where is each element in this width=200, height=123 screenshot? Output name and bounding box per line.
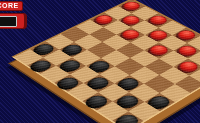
square-e4[interactable] — [115, 58, 144, 75]
square-f3[interactable] — [114, 75, 144, 93]
square-f4[interactable] — [129, 66, 159, 83]
game-scene: SCORE 0 — [0, 0, 200, 123]
square-e3[interactable] — [100, 66, 130, 83]
checkers-board — [11, 0, 200, 123]
score-panel: SCORE 0 — [0, 1, 27, 29]
black-checker-piece[interactable] — [114, 112, 142, 123]
black-checker-piece[interactable] — [87, 59, 113, 74]
black-checker-piece[interactable] — [29, 58, 55, 73]
red-checker-piece[interactable] — [176, 60, 200, 75]
square-g5[interactable] — [159, 67, 189, 84]
black-checker-piece[interactable] — [86, 75, 112, 90]
square-g3[interactable] — [129, 83, 160, 101]
square-f5[interactable] — [144, 58, 173, 75]
black-checker-piece[interactable] — [84, 93, 111, 109]
black-checker-piece[interactable] — [58, 58, 84, 73]
square-h1[interactable] — [112, 111, 144, 123]
square-c2[interactable] — [56, 57, 85, 74]
black-checker-piece[interactable] — [116, 76, 143, 91]
score-housing: 0 — [0, 13, 27, 29]
square-g6[interactable] — [174, 59, 200, 76]
square-h6[interactable] — [189, 67, 200, 84]
black-checker-piece[interactable] — [115, 93, 142, 109]
board-grid — [11, 0, 200, 123]
score-display: 0 — [0, 16, 17, 27]
square-d3[interactable] — [86, 58, 115, 75]
square-g2[interactable] — [113, 92, 144, 111]
square-f2[interactable] — [98, 83, 129, 101]
score-banner: SCORE — [0, 1, 23, 11]
square-d2[interactable] — [70, 66, 100, 83]
score-label: SCORE — [0, 2, 19, 9]
square-h5[interactable] — [175, 75, 200, 93]
square-g4[interactable] — [144, 75, 174, 93]
black-checker-piece[interactable] — [56, 75, 82, 90]
square-e2[interactable] — [84, 74, 114, 92]
